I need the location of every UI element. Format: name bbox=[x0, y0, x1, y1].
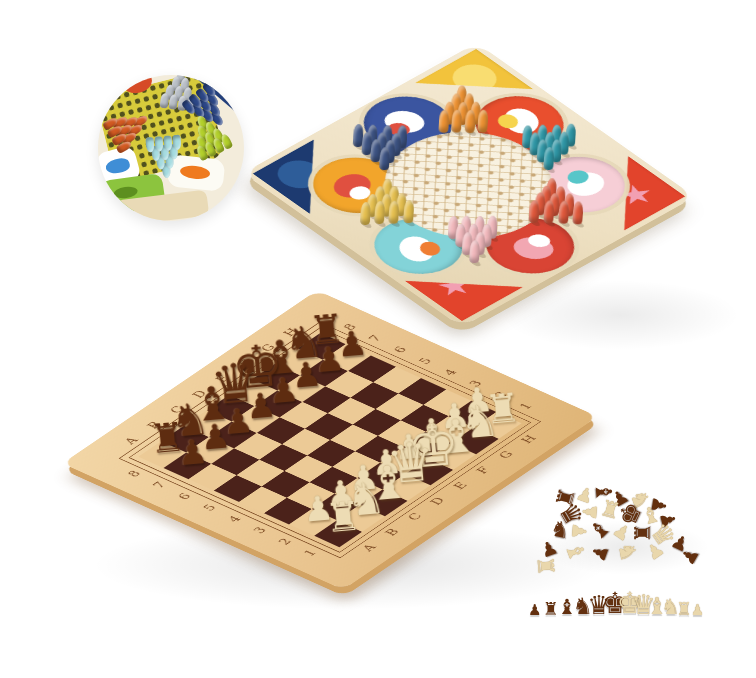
chess-board-tilt: AA11BB22CC33DD44EE55FF66GG77HH88 ♜♞♝♛♚♝♞… bbox=[62, 290, 597, 589]
rank-label-left-4: 4 bbox=[214, 507, 256, 531]
peg-upright bbox=[464, 110, 475, 133]
inset-blob bbox=[104, 156, 131, 176]
leaf-blob-main bbox=[394, 234, 439, 264]
pile-piece-light-rook: ♜ bbox=[533, 555, 557, 577]
piece-white-rook: ♜ bbox=[307, 494, 378, 540]
rank-label-left-5: 5 bbox=[189, 496, 231, 520]
peg-pin bbox=[477, 110, 488, 133]
rank-label-left-8: 8 bbox=[113, 462, 155, 486]
square-a1: ♜ bbox=[314, 520, 362, 547]
corner-star-shape: ★ bbox=[429, 270, 482, 302]
pile-piece-dark-pawn: ♟ bbox=[588, 542, 612, 565]
pile-piece-dark-pawn: ♟ bbox=[678, 544, 703, 568]
peg-board: ★★ bbox=[243, 43, 695, 327]
inset-peg bbox=[159, 93, 169, 109]
square-a7: ♟ bbox=[164, 453, 212, 480]
rank-label-left-7: 7 bbox=[138, 473, 180, 497]
peg-upright bbox=[388, 200, 399, 223]
file-label-bottom-A: A bbox=[348, 536, 390, 560]
corner-star-shape: ★ bbox=[611, 179, 664, 211]
peg-upright bbox=[403, 200, 414, 223]
peg-pin bbox=[374, 201, 385, 224]
ludo-ground-shadow bbox=[500, 280, 740, 350]
peg-pin bbox=[558, 201, 569, 224]
peg-upright bbox=[360, 202, 371, 225]
peg-pin bbox=[439, 110, 450, 133]
peg-pin bbox=[464, 110, 475, 133]
peg-board-tilt: ★★ bbox=[243, 43, 695, 327]
product-photo-scene: ★★ AA11BB22CC33DD44EE55FF66GG77HH88 ♜♞♝♛… bbox=[0, 0, 756, 678]
peg-pin bbox=[360, 202, 371, 225]
chess-board: AA11BB22CC33DD44EE55FF66GG77HH88 ♜♞♝♛♚♝♞… bbox=[62, 290, 597, 589]
peg-upright bbox=[572, 201, 583, 224]
peg-pin bbox=[379, 147, 390, 170]
peg-pin bbox=[388, 200, 399, 223]
lineup-piece-dark-pawn: ♟ bbox=[528, 603, 541, 618]
peg-upright bbox=[439, 110, 450, 133]
peg-upright bbox=[477, 110, 488, 133]
peg-pin bbox=[572, 201, 583, 224]
peg-upright bbox=[374, 201, 385, 224]
lineup-piece-light-rook: ♜ bbox=[676, 600, 692, 618]
peg-upright bbox=[379, 147, 390, 170]
peg-upright bbox=[543, 147, 554, 170]
piece-black-pawn: ♟ bbox=[157, 432, 228, 472]
peg-pin bbox=[543, 200, 554, 223]
peg-pin bbox=[469, 240, 480, 263]
rank-label-left-3: 3 bbox=[239, 518, 281, 542]
peg-upright bbox=[529, 200, 540, 223]
rank-label-left-2: 2 bbox=[264, 530, 306, 554]
inset-peg bbox=[173, 135, 182, 151]
peg-pin bbox=[529, 200, 540, 223]
peg-board-closeup-inset bbox=[98, 75, 244, 221]
corner-circle-shape bbox=[444, 59, 506, 98]
peg-upright bbox=[543, 200, 554, 223]
peg-upright bbox=[469, 240, 480, 263]
peg-upright bbox=[452, 110, 463, 133]
peg-pin bbox=[403, 200, 414, 223]
corner-circle-shape bbox=[269, 155, 331, 194]
pile-piece-light-knight: ♞ bbox=[614, 540, 639, 563]
lineup-piece-dark-rook: ♜ bbox=[543, 600, 559, 618]
rank-label-left-6: 6 bbox=[163, 484, 205, 508]
lineup-piece-light-pawn: ♟ bbox=[691, 603, 704, 618]
rank-label-left-1: 1 bbox=[289, 541, 331, 565]
peg-upright bbox=[558, 201, 569, 224]
peg-pin bbox=[543, 147, 554, 170]
peg-pin bbox=[452, 110, 463, 133]
